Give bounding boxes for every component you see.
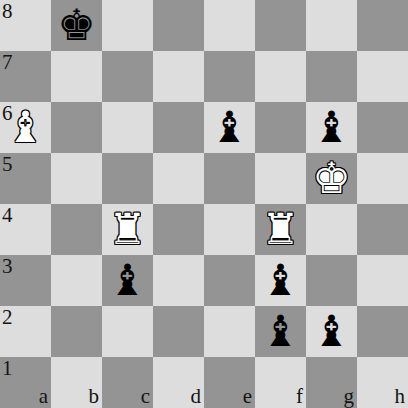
piece-white-rook[interactable]: ♜ bbox=[108, 204, 147, 255]
piece-black-bishop[interactable]: ♝ bbox=[312, 102, 351, 153]
file-label-d: d bbox=[191, 386, 202, 407]
square-g6[interactable]: ♝ bbox=[306, 102, 357, 153]
square-b3[interactable] bbox=[51, 255, 102, 306]
square-c2[interactable] bbox=[102, 306, 153, 357]
piece-white-king[interactable]: ♚ bbox=[312, 153, 351, 204]
square-h5[interactable] bbox=[357, 153, 408, 204]
square-f8[interactable] bbox=[255, 0, 306, 51]
square-d7[interactable] bbox=[153, 51, 204, 102]
square-c3[interactable]: ♝ bbox=[102, 255, 153, 306]
square-e4[interactable] bbox=[204, 204, 255, 255]
square-h6[interactable] bbox=[357, 102, 408, 153]
square-b7[interactable] bbox=[51, 51, 102, 102]
square-a5[interactable]: 5 bbox=[0, 153, 51, 204]
square-h4[interactable] bbox=[357, 204, 408, 255]
square-d1[interactable]: d bbox=[153, 357, 204, 408]
file-label-h: h bbox=[395, 386, 406, 407]
square-c1[interactable]: c bbox=[102, 357, 153, 408]
square-c8[interactable] bbox=[102, 0, 153, 51]
square-d8[interactable] bbox=[153, 0, 204, 51]
square-g8[interactable] bbox=[306, 0, 357, 51]
square-a7[interactable]: 7 bbox=[0, 51, 51, 102]
rank-label-1: 1 bbox=[2, 358, 13, 379]
square-b2[interactable] bbox=[51, 306, 102, 357]
square-b6[interactable] bbox=[51, 102, 102, 153]
square-h1[interactable]: h bbox=[357, 357, 408, 408]
piece-black-bishop[interactable]: ♝ bbox=[261, 306, 300, 357]
square-h2[interactable] bbox=[357, 306, 408, 357]
square-b8[interactable]: ♚ bbox=[51, 0, 102, 51]
piece-black-bishop[interactable]: ♝ bbox=[261, 255, 300, 306]
square-f2[interactable]: ♝ bbox=[255, 306, 306, 357]
piece-black-king[interactable]: ♚ bbox=[57, 0, 96, 51]
file-label-c: c bbox=[141, 386, 150, 407]
square-h8[interactable] bbox=[357, 0, 408, 51]
square-a1[interactable]: 1a bbox=[0, 357, 51, 408]
square-g3[interactable] bbox=[306, 255, 357, 306]
square-e2[interactable] bbox=[204, 306, 255, 357]
piece-white-rook[interactable]: ♜ bbox=[261, 204, 300, 255]
square-f4[interactable]: ♜ bbox=[255, 204, 306, 255]
square-a6[interactable]: 6♝ bbox=[0, 102, 51, 153]
square-e1[interactable]: e bbox=[204, 357, 255, 408]
square-d3[interactable] bbox=[153, 255, 204, 306]
piece-black-bishop[interactable]: ♝ bbox=[210, 102, 249, 153]
square-f5[interactable] bbox=[255, 153, 306, 204]
square-e6[interactable]: ♝ bbox=[204, 102, 255, 153]
square-a2[interactable]: 2 bbox=[0, 306, 51, 357]
square-a3[interactable]: 3 bbox=[0, 255, 51, 306]
rank-label-5: 5 bbox=[2, 154, 13, 175]
piece-black-bishop[interactable]: ♝ bbox=[312, 306, 351, 357]
square-g7[interactable] bbox=[306, 51, 357, 102]
square-h7[interactable] bbox=[357, 51, 408, 102]
rank-label-4: 4 bbox=[2, 205, 13, 226]
square-g2[interactable]: ♝ bbox=[306, 306, 357, 357]
chess-board: 8♚76♝♝♝5♚4♜♜3♝♝2♝♝1abcdefgh bbox=[0, 0, 408, 408]
square-d6[interactable] bbox=[153, 102, 204, 153]
square-g4[interactable] bbox=[306, 204, 357, 255]
square-b5[interactable] bbox=[51, 153, 102, 204]
file-label-e: e bbox=[243, 386, 252, 407]
square-d4[interactable] bbox=[153, 204, 204, 255]
square-f7[interactable] bbox=[255, 51, 306, 102]
square-c5[interactable] bbox=[102, 153, 153, 204]
rank-label-2: 2 bbox=[2, 307, 13, 328]
square-b4[interactable] bbox=[51, 204, 102, 255]
rank-label-7: 7 bbox=[2, 52, 13, 73]
square-c6[interactable] bbox=[102, 102, 153, 153]
file-label-b: b bbox=[89, 386, 100, 407]
square-c7[interactable] bbox=[102, 51, 153, 102]
square-e3[interactable] bbox=[204, 255, 255, 306]
piece-black-bishop[interactable]: ♝ bbox=[108, 255, 147, 306]
square-e8[interactable] bbox=[204, 0, 255, 51]
square-g5[interactable]: ♚ bbox=[306, 153, 357, 204]
square-f6[interactable] bbox=[255, 102, 306, 153]
square-f1[interactable]: f bbox=[255, 357, 306, 408]
square-h3[interactable] bbox=[357, 255, 408, 306]
square-d5[interactable] bbox=[153, 153, 204, 204]
square-f3[interactable]: ♝ bbox=[255, 255, 306, 306]
rank-label-3: 3 bbox=[2, 256, 13, 277]
file-label-g: g bbox=[344, 386, 355, 407]
file-label-a: a bbox=[39, 386, 48, 407]
square-e7[interactable] bbox=[204, 51, 255, 102]
square-c4[interactable]: ♜ bbox=[102, 204, 153, 255]
square-d2[interactable] bbox=[153, 306, 204, 357]
square-g1[interactable]: g bbox=[306, 357, 357, 408]
rank-label-6: 6 bbox=[2, 103, 13, 124]
file-label-f: f bbox=[296, 386, 303, 407]
square-b1[interactable]: b bbox=[51, 357, 102, 408]
square-a8[interactable]: 8 bbox=[0, 0, 51, 51]
rank-label-8: 8 bbox=[2, 1, 13, 22]
square-e5[interactable] bbox=[204, 153, 255, 204]
square-a4[interactable]: 4 bbox=[0, 204, 51, 255]
